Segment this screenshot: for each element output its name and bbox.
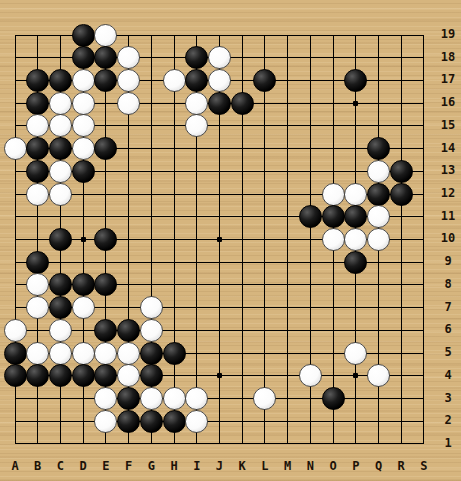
- stone-white-C16[interactable]: [49, 92, 72, 115]
- stone-black-J16[interactable]: [208, 92, 231, 115]
- stone-white-E3[interactable]: [94, 387, 117, 410]
- stone-black-D19[interactable]: [72, 24, 95, 47]
- stone-white-F18[interactable]: [117, 46, 140, 69]
- col-label-A: A: [5, 459, 25, 473]
- stone-white-L3[interactable]: [253, 387, 276, 410]
- star-point: [81, 237, 86, 242]
- stone-black-F3[interactable]: [117, 387, 140, 410]
- grid-vline: [423, 35, 424, 444]
- stone-white-P5[interactable]: [344, 342, 367, 365]
- stone-black-C17[interactable]: [49, 69, 72, 92]
- grid-hline: [15, 421, 424, 422]
- stone-black-E17[interactable]: [94, 69, 117, 92]
- stone-white-B12[interactable]: [26, 183, 49, 206]
- stone-black-Q12[interactable]: [367, 183, 390, 206]
- row-label-13: 13: [436, 163, 460, 177]
- stone-black-O3[interactable]: [322, 387, 345, 410]
- stone-black-H5[interactable]: [163, 342, 186, 365]
- stone-black-G5[interactable]: [140, 342, 163, 365]
- row-label-8: 8: [436, 277, 460, 291]
- grid-hline: [15, 443, 424, 444]
- stone-black-H2[interactable]: [163, 410, 186, 433]
- stone-black-B14[interactable]: [26, 137, 49, 160]
- stone-white-F16[interactable]: [117, 92, 140, 115]
- col-label-O: O: [323, 459, 343, 473]
- stone-black-G2[interactable]: [140, 410, 163, 433]
- stone-white-B7[interactable]: [26, 296, 49, 319]
- stone-black-D18[interactable]: [72, 46, 95, 69]
- col-label-I: I: [187, 459, 207, 473]
- stone-white-J18[interactable]: [208, 46, 231, 69]
- stone-white-B5[interactable]: [26, 342, 49, 365]
- stone-black-C8[interactable]: [49, 273, 72, 296]
- stone-white-D17[interactable]: [72, 69, 95, 92]
- stone-black-B17[interactable]: [26, 69, 49, 92]
- stone-black-I17[interactable]: [185, 69, 208, 92]
- stone-black-R12[interactable]: [390, 183, 413, 206]
- col-label-L: L: [255, 459, 275, 473]
- stone-white-Q13[interactable]: [367, 160, 390, 183]
- col-label-R: R: [391, 459, 411, 473]
- stone-black-O11[interactable]: [322, 205, 345, 228]
- stone-black-A5[interactable]: [4, 342, 27, 365]
- grid-hline: [15, 398, 424, 399]
- stone-white-F17[interactable]: [117, 69, 140, 92]
- stone-white-P12[interactable]: [344, 183, 367, 206]
- row-label-15: 15: [436, 118, 460, 132]
- row-label-3: 3: [436, 391, 460, 405]
- stone-black-Q14[interactable]: [367, 137, 390, 160]
- stone-black-E8[interactable]: [94, 273, 117, 296]
- stone-black-B9[interactable]: [26, 251, 49, 274]
- stone-white-G7[interactable]: [140, 296, 163, 319]
- col-label-E: E: [96, 459, 116, 473]
- stone-black-G4[interactable]: [140, 364, 163, 387]
- row-label-18: 18: [436, 50, 460, 64]
- row-label-9: 9: [436, 254, 460, 268]
- col-label-Q: Q: [369, 459, 389, 473]
- stone-white-E2[interactable]: [94, 410, 117, 433]
- star-point: [353, 373, 358, 378]
- grid-vline: [287, 35, 288, 444]
- row-label-5: 5: [436, 345, 460, 359]
- stone-white-I3[interactable]: [185, 387, 208, 410]
- stone-black-R13[interactable]: [390, 160, 413, 183]
- stone-black-E10[interactable]: [94, 228, 117, 251]
- row-label-14: 14: [436, 141, 460, 155]
- go-board: ABCDEFGHIJKLMNOPQRS191817161514131211109…: [0, 0, 461, 481]
- stone-black-D13[interactable]: [72, 160, 95, 183]
- stone-black-P9[interactable]: [344, 251, 367, 274]
- stone-black-E18[interactable]: [94, 46, 117, 69]
- stone-black-L17[interactable]: [253, 69, 276, 92]
- col-label-H: H: [164, 459, 184, 473]
- stone-black-C7[interactable]: [49, 296, 72, 319]
- stone-black-C14[interactable]: [49, 137, 72, 160]
- stone-black-C10[interactable]: [49, 228, 72, 251]
- stone-white-F5[interactable]: [117, 342, 140, 365]
- stone-white-P10[interactable]: [344, 228, 367, 251]
- col-label-N: N: [300, 459, 320, 473]
- stone-black-A4[interactable]: [4, 364, 27, 387]
- row-label-17: 17: [436, 72, 460, 86]
- grid-vline: [264, 35, 265, 444]
- stone-white-I16[interactable]: [185, 92, 208, 115]
- stone-white-I2[interactable]: [185, 410, 208, 433]
- stone-white-G6[interactable]: [140, 319, 163, 342]
- stone-white-G3[interactable]: [140, 387, 163, 410]
- stone-white-D16[interactable]: [72, 92, 95, 115]
- stone-white-C6[interactable]: [49, 319, 72, 342]
- stone-white-Q10[interactable]: [367, 228, 390, 251]
- row-label-11: 11: [436, 209, 460, 223]
- stone-black-P11[interactable]: [344, 205, 367, 228]
- row-label-7: 7: [436, 300, 460, 314]
- stone-white-I15[interactable]: [185, 114, 208, 137]
- stone-white-H3[interactable]: [163, 387, 186, 410]
- col-label-S: S: [414, 459, 434, 473]
- col-label-M: M: [278, 459, 298, 473]
- col-label-K: K: [232, 459, 252, 473]
- stone-black-D4[interactable]: [72, 364, 95, 387]
- stone-white-B8[interactable]: [26, 273, 49, 296]
- stone-white-B15[interactable]: [26, 114, 49, 137]
- stone-white-C13[interactable]: [49, 160, 72, 183]
- col-label-C: C: [50, 459, 70, 473]
- stone-white-D15[interactable]: [72, 114, 95, 137]
- stone-white-D5[interactable]: [72, 342, 95, 365]
- col-label-P: P: [346, 459, 366, 473]
- stone-white-E5[interactable]: [94, 342, 117, 365]
- row-label-4: 4: [436, 368, 460, 382]
- stone-black-B13[interactable]: [26, 160, 49, 183]
- stone-white-F4[interactable]: [117, 364, 140, 387]
- stone-black-F6[interactable]: [117, 319, 140, 342]
- stone-black-I18[interactable]: [185, 46, 208, 69]
- stone-black-N11[interactable]: [299, 205, 322, 228]
- col-label-B: B: [28, 459, 48, 473]
- col-label-J: J: [209, 459, 229, 473]
- row-label-1: 1: [436, 436, 460, 450]
- row-label-2: 2: [436, 413, 460, 427]
- stone-black-K16[interactable]: [231, 92, 254, 115]
- stone-white-C12[interactable]: [49, 183, 72, 206]
- col-label-F: F: [119, 459, 139, 473]
- row-label-19: 19: [436, 27, 460, 41]
- stone-black-E6[interactable]: [94, 319, 117, 342]
- stone-white-D14[interactable]: [72, 137, 95, 160]
- stone-black-E4[interactable]: [94, 364, 117, 387]
- stone-white-N4[interactable]: [299, 364, 322, 387]
- stone-white-O12[interactable]: [322, 183, 345, 206]
- stone-white-H17[interactable]: [163, 69, 186, 92]
- col-label-D: D: [73, 459, 93, 473]
- star-point: [217, 373, 222, 378]
- stone-black-B16[interactable]: [26, 92, 49, 115]
- star-point: [353, 101, 358, 106]
- stone-white-A14[interactable]: [4, 137, 27, 160]
- stone-white-C15[interactable]: [49, 114, 72, 137]
- grid-hline: [15, 330, 424, 331]
- stone-white-Q4[interactable]: [367, 364, 390, 387]
- stone-white-A6[interactable]: [4, 319, 27, 342]
- stone-black-B4[interactable]: [26, 364, 49, 387]
- stone-white-O10[interactable]: [322, 228, 345, 251]
- stone-white-Q11[interactable]: [367, 205, 390, 228]
- row-label-10: 10: [436, 231, 460, 245]
- col-label-G: G: [141, 459, 161, 473]
- stone-white-J17[interactable]: [208, 69, 231, 92]
- stone-black-P17[interactable]: [344, 69, 367, 92]
- row-label-6: 6: [436, 322, 460, 336]
- stone-black-E14[interactable]: [94, 137, 117, 160]
- stone-black-C4[interactable]: [49, 364, 72, 387]
- row-label-12: 12: [436, 186, 460, 200]
- stone-white-E19[interactable]: [94, 24, 117, 47]
- row-label-16: 16: [436, 95, 460, 109]
- stone-black-D8[interactable]: [72, 273, 95, 296]
- grid-vline: [401, 35, 402, 444]
- stone-white-D7[interactable]: [72, 296, 95, 319]
- star-point: [217, 237, 222, 242]
- stone-white-C5[interactable]: [49, 342, 72, 365]
- stone-black-F2[interactable]: [117, 410, 140, 433]
